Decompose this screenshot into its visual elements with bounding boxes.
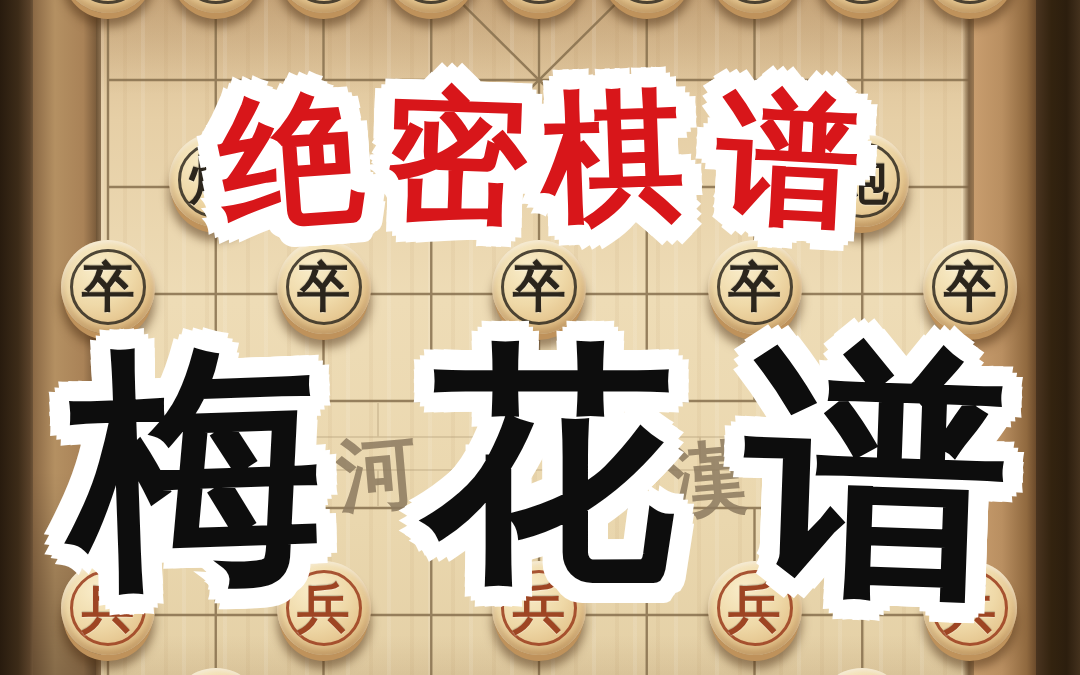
piece-black-chariot[interactable]: 車 xyxy=(61,0,155,13)
xiangqi-scene: 河 漢 車馬象士將士象馬車炮炮卒卒卒卒卒兵兵兵兵兵炮炮 绝密棋谱 梅花谱 xyxy=(0,0,1080,675)
title-char: 棋 xyxy=(539,61,688,258)
piece-glyph: 炮 xyxy=(169,668,263,675)
piece-red-cannon[interactable]: 炮 xyxy=(169,668,263,675)
piece-black-elephant[interactable]: 象 xyxy=(277,0,371,13)
piece-glyph: 馬 xyxy=(169,0,263,13)
piece-black-advisor[interactable]: 士 xyxy=(600,0,694,13)
piece-glyph: 士 xyxy=(384,0,478,13)
piece-black-elephant[interactable]: 象 xyxy=(708,0,802,13)
piece-glyph: 車 xyxy=(61,0,155,13)
piece-glyph: 將 xyxy=(492,0,586,13)
piece-red-cannon[interactable]: 炮 xyxy=(815,668,909,675)
piece-glyph: 象 xyxy=(708,0,802,13)
title-char: 花 xyxy=(423,298,675,639)
piece-black-general[interactable]: 將 xyxy=(492,0,586,13)
piece-black-horse[interactable]: 馬 xyxy=(815,0,909,13)
piece-black-advisor[interactable]: 士 xyxy=(384,0,478,13)
piece-glyph: 車 xyxy=(923,0,1017,13)
title-char: 谱 xyxy=(740,297,1014,660)
piece-black-horse[interactable]: 馬 xyxy=(169,0,263,13)
title-char: 梅 xyxy=(63,296,327,646)
title-char: 密 xyxy=(382,61,531,258)
title-char: 谱 xyxy=(712,62,864,261)
piece-glyph: 炮 xyxy=(815,668,909,675)
piece-glyph: 士 xyxy=(600,0,694,13)
piece-glyph: 象 xyxy=(277,0,371,13)
title-char: 绝 xyxy=(213,62,368,263)
piece-black-chariot[interactable]: 車 xyxy=(923,0,1017,13)
piece-glyph: 馬 xyxy=(815,0,909,13)
